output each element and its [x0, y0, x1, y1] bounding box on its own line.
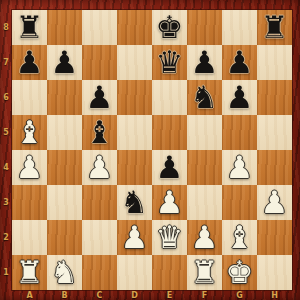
square-f7[interactable]: ♟ [187, 45, 222, 80]
square-c7[interactable] [82, 45, 117, 80]
square-g7[interactable]: ♟ [222, 45, 257, 80]
square-g6[interactable]: ♟ [222, 80, 257, 115]
square-e1[interactable] [152, 255, 187, 290]
square-d2[interactable]: ♟ [117, 220, 152, 255]
rank-label-7: 7 [0, 45, 12, 80]
square-h1[interactable] [257, 255, 292, 290]
piece-white-rook-f1[interactable]: ♜ [191, 255, 219, 290]
square-c1[interactable] [82, 255, 117, 290]
square-c8[interactable] [82, 10, 117, 45]
square-a1[interactable]: ♜ [12, 255, 47, 290]
piece-white-knight-b1[interactable]: ♞ [51, 255, 79, 290]
square-h6[interactable] [257, 80, 292, 115]
file-label-d: D [117, 290, 152, 300]
piece-white-rook-a1[interactable]: ♜ [16, 255, 44, 290]
piece-black-pawn-b7[interactable]: ♟ [51, 45, 79, 80]
square-h3[interactable]: ♟ [257, 185, 292, 220]
square-f1[interactable]: ♜ [187, 255, 222, 290]
square-c3[interactable] [82, 185, 117, 220]
square-f4[interactable] [187, 150, 222, 185]
rank-label-3: 3 [0, 185, 12, 220]
file-label-e: E [152, 290, 187, 300]
square-b6[interactable] [47, 80, 82, 115]
rank-label-1: 1 [0, 255, 12, 290]
piece-black-knight-f6[interactable]: ♞ [191, 80, 219, 115]
rank-labels: 87654321 [0, 10, 12, 290]
square-c5[interactable]: ♝ [82, 115, 117, 150]
square-h2[interactable] [257, 220, 292, 255]
square-g5[interactable] [222, 115, 257, 150]
chessboard-frame: 87654321 ABCDEFGH ♜♚♜♟♟♛♟♟♟♞♟♝♝♟♟♟♟♞♟♟♟♛… [0, 0, 300, 300]
square-d3[interactable]: ♞ [117, 185, 152, 220]
piece-black-pawn-c6[interactable]: ♟ [86, 80, 114, 115]
square-f8[interactable] [187, 10, 222, 45]
file-label-f: F [187, 290, 222, 300]
square-a6[interactable] [12, 80, 47, 115]
piece-black-knight-d3[interactable]: ♞ [121, 185, 149, 220]
square-a2[interactable] [12, 220, 47, 255]
piece-white-bishop-g2[interactable]: ♝ [226, 220, 254, 255]
square-e2[interactable]: ♛ [152, 220, 187, 255]
square-g3[interactable] [222, 185, 257, 220]
rank-label-5: 5 [0, 115, 12, 150]
square-a7[interactable]: ♟ [12, 45, 47, 80]
piece-white-pawn-d2[interactable]: ♟ [121, 220, 149, 255]
piece-black-pawn-g6[interactable]: ♟ [226, 80, 254, 115]
square-f5[interactable] [187, 115, 222, 150]
square-d1[interactable] [117, 255, 152, 290]
square-e5[interactable] [152, 115, 187, 150]
square-b7[interactable]: ♟ [47, 45, 82, 80]
rank-label-8: 8 [0, 10, 12, 45]
piece-white-queen-e2[interactable]: ♛ [156, 220, 184, 255]
square-e8[interactable]: ♚ [152, 10, 187, 45]
square-b1[interactable]: ♞ [47, 255, 82, 290]
piece-white-pawn-g4[interactable]: ♟ [226, 150, 254, 185]
square-h8[interactable]: ♜ [257, 10, 292, 45]
piece-black-pawn-f7[interactable]: ♟ [191, 45, 219, 80]
file-label-g: G [222, 290, 257, 300]
square-b5[interactable] [47, 115, 82, 150]
square-g8[interactable] [222, 10, 257, 45]
piece-white-pawn-a4[interactable]: ♟ [16, 150, 44, 185]
square-a5[interactable]: ♝ [12, 115, 47, 150]
square-c2[interactable] [82, 220, 117, 255]
square-g2[interactable]: ♝ [222, 220, 257, 255]
square-e7[interactable]: ♛ [152, 45, 187, 80]
piece-white-pawn-e3[interactable]: ♟ [156, 185, 184, 220]
square-b8[interactable] [47, 10, 82, 45]
piece-black-queen-e7[interactable]: ♛ [156, 45, 184, 80]
chessboard[interactable]: ♜♚♜♟♟♛♟♟♟♞♟♝♝♟♟♟♟♞♟♟♟♛♟♝♜♞♜♚ [12, 10, 292, 290]
square-b2[interactable] [47, 220, 82, 255]
file-label-h: H [257, 290, 292, 300]
square-f3[interactable] [187, 185, 222, 220]
square-d6[interactable] [117, 80, 152, 115]
piece-white-king-g1[interactable]: ♚ [226, 255, 254, 290]
piece-black-king-e8[interactable]: ♚ [156, 10, 184, 45]
square-f6[interactable]: ♞ [187, 80, 222, 115]
rank-label-4: 4 [0, 150, 12, 185]
piece-black-pawn-a7[interactable]: ♟ [16, 45, 44, 80]
file-labels: ABCDEFGH [12, 290, 292, 300]
piece-black-pawn-e4[interactable]: ♟ [156, 150, 184, 185]
rank-label-6: 6 [0, 80, 12, 115]
piece-white-pawn-c4[interactable]: ♟ [86, 150, 114, 185]
rank-label-2: 2 [0, 220, 12, 255]
square-a3[interactable] [12, 185, 47, 220]
square-c6[interactable]: ♟ [82, 80, 117, 115]
piece-white-bishop-a5[interactable]: ♝ [16, 115, 44, 150]
square-h4[interactable] [257, 150, 292, 185]
piece-black-bishop-c5[interactable]: ♝ [86, 115, 114, 150]
square-d7[interactable] [117, 45, 152, 80]
square-a4[interactable]: ♟ [12, 150, 47, 185]
square-b3[interactable] [47, 185, 82, 220]
square-g1[interactable]: ♚ [222, 255, 257, 290]
square-c4[interactable]: ♟ [82, 150, 117, 185]
file-label-c: C [82, 290, 117, 300]
piece-white-pawn-f2[interactable]: ♟ [191, 220, 219, 255]
square-d8[interactable] [117, 10, 152, 45]
square-b4[interactable] [47, 150, 82, 185]
piece-black-rook-a8[interactable]: ♜ [16, 10, 44, 45]
file-label-a: A [12, 290, 47, 300]
square-f2[interactable]: ♟ [187, 220, 222, 255]
piece-black-pawn-g7[interactable]: ♟ [226, 45, 254, 80]
piece-black-rook-h8[interactable]: ♜ [261, 10, 289, 45]
square-h7[interactable] [257, 45, 292, 80]
square-a8[interactable]: ♜ [12, 10, 47, 45]
square-e3[interactable]: ♟ [152, 185, 187, 220]
square-e6[interactable] [152, 80, 187, 115]
square-e4[interactable]: ♟ [152, 150, 187, 185]
file-label-b: B [47, 290, 82, 300]
piece-white-pawn-h3[interactable]: ♟ [261, 185, 289, 220]
square-g4[interactable]: ♟ [222, 150, 257, 185]
square-h5[interactable] [257, 115, 292, 150]
square-d4[interactable] [117, 150, 152, 185]
square-d5[interactable] [117, 115, 152, 150]
